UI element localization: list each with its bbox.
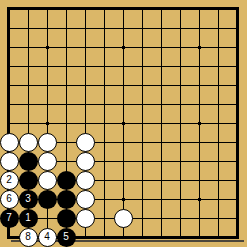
move-number: 6 xyxy=(6,194,12,204)
goban: 26371845 xyxy=(0,0,247,247)
stone-white xyxy=(76,209,95,228)
move-number: 8 xyxy=(25,232,31,242)
stone-black xyxy=(57,190,76,209)
stone-black xyxy=(19,152,38,171)
move-number: 4 xyxy=(44,232,50,242)
stone-white: 2 xyxy=(0,171,19,190)
stone-black: 7 xyxy=(0,209,19,228)
stone-white: 6 xyxy=(0,190,19,209)
stone-black xyxy=(57,171,76,190)
stone-white: 8 xyxy=(19,228,38,247)
stone-white xyxy=(76,152,95,171)
stone-white xyxy=(38,152,57,171)
move-number: 5 xyxy=(63,232,69,242)
stone-white xyxy=(0,152,19,171)
move-number: 3 xyxy=(25,194,31,204)
move-number: 1 xyxy=(25,213,31,223)
stone-black xyxy=(19,171,38,190)
stone-white xyxy=(76,171,95,190)
stone-black xyxy=(57,209,76,228)
stone-white xyxy=(76,190,95,209)
stone-black: 5 xyxy=(57,228,76,247)
stone-black: 1 xyxy=(19,209,38,228)
stone-white xyxy=(38,171,57,190)
stone-white xyxy=(19,133,38,152)
board-grid[interactable]: 26371845 xyxy=(0,0,247,247)
stone-black xyxy=(38,190,57,209)
stone-white xyxy=(114,209,133,228)
stone-white xyxy=(0,133,19,152)
move-number: 2 xyxy=(6,175,12,185)
stone-black: 3 xyxy=(19,190,38,209)
move-number: 7 xyxy=(6,213,12,223)
stone-white xyxy=(38,133,57,152)
stone-white xyxy=(76,133,95,152)
stone-white: 4 xyxy=(38,228,57,247)
